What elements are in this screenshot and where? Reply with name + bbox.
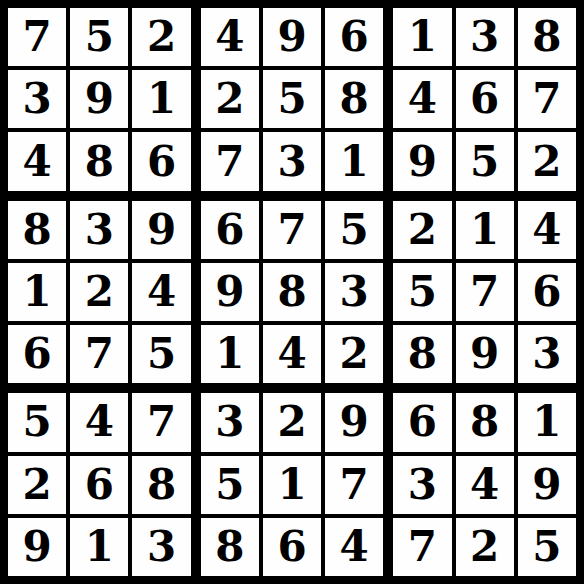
cell-r8c9[interactable]: 9 [518,456,576,514]
cell-r6c5[interactable]: 4 [263,325,321,383]
cell-r1c9[interactable]: 8 [518,8,576,66]
cell-r6c9[interactable]: 3 [518,325,576,383]
cell-r9c8[interactable]: 2 [456,518,514,576]
cell-r4c2[interactable]: 3 [70,201,128,259]
cell-r5c4[interactable]: 9 [201,263,259,321]
cell-r1c5[interactable]: 9 [263,8,321,66]
cell-r8c2[interactable]: 6 [70,456,128,514]
cell-r2c9[interactable]: 7 [518,70,576,128]
cell-r3c4[interactable]: 7 [201,132,259,190]
cell-r9c1[interactable]: 9 [8,518,66,576]
cell-r5c2[interactable]: 2 [70,263,128,321]
cell-r4c6[interactable]: 5 [325,201,383,259]
cell-r3c9[interactable]: 2 [518,132,576,190]
cell-r2c1[interactable]: 3 [8,70,66,128]
cell-r6c7[interactable]: 8 [393,325,451,383]
cell-r2c8[interactable]: 6 [456,70,514,128]
cell-r3c5[interactable]: 3 [263,132,321,190]
cell-r8c6[interactable]: 7 [325,456,383,514]
cell-r2c6[interactable]: 8 [325,70,383,128]
cell-r4c3[interactable]: 9 [132,201,190,259]
cell-r1c8[interactable]: 3 [456,8,514,66]
cell-r2c2[interactable]: 9 [70,70,128,128]
cell-r4c7[interactable]: 2 [393,201,451,259]
cell-r8c5[interactable]: 1 [263,456,321,514]
cell-r3c2[interactable]: 8 [70,132,128,190]
cell-r3c8[interactable]: 5 [456,132,514,190]
sudoku-board: 7524961383912584674867319528396752141249… [0,0,584,584]
cell-r1c6[interactable]: 6 [325,8,383,66]
cell-r7c7[interactable]: 6 [393,393,451,451]
cell-r5c5[interactable]: 8 [263,263,321,321]
cell-r9c3[interactable]: 3 [132,518,190,576]
cell-r7c4[interactable]: 3 [201,393,259,451]
cell-r6c3[interactable]: 5 [132,325,190,383]
cell-r6c6[interactable]: 2 [325,325,383,383]
cell-r7c6[interactable]: 9 [325,393,383,451]
cell-r3c7[interactable]: 9 [393,132,451,190]
cell-r5c8[interactable]: 7 [456,263,514,321]
cell-r9c9[interactable]: 5 [518,518,576,576]
cell-r4c8[interactable]: 1 [456,201,514,259]
cell-r1c4[interactable]: 4 [201,8,259,66]
cell-r6c8[interactable]: 9 [456,325,514,383]
cell-r8c1[interactable]: 2 [8,456,66,514]
cell-r5c1[interactable]: 1 [8,263,66,321]
cell-r7c3[interactable]: 7 [132,393,190,451]
cell-r4c1[interactable]: 8 [8,201,66,259]
cell-r7c8[interactable]: 8 [456,393,514,451]
cell-r4c5[interactable]: 7 [263,201,321,259]
cell-r2c7[interactable]: 4 [393,70,451,128]
cell-r2c4[interactable]: 2 [201,70,259,128]
cell-r2c3[interactable]: 1 [132,70,190,128]
cell-r7c1[interactable]: 5 [8,393,66,451]
cell-r4c9[interactable]: 4 [518,201,576,259]
cell-r5c3[interactable]: 4 [132,263,190,321]
cell-r5c7[interactable]: 5 [393,263,451,321]
cell-r8c7[interactable]: 3 [393,456,451,514]
cell-r5c9[interactable]: 6 [518,263,576,321]
cell-r8c3[interactable]: 8 [132,456,190,514]
cell-r1c2[interactable]: 5 [70,8,128,66]
cell-r8c8[interactable]: 4 [456,456,514,514]
cell-r2c5[interactable]: 5 [263,70,321,128]
cell-r9c7[interactable]: 7 [393,518,451,576]
cell-r9c6[interactable]: 4 [325,518,383,576]
cell-r9c4[interactable]: 8 [201,518,259,576]
cell-r3c1[interactable]: 4 [8,132,66,190]
cell-r7c9[interactable]: 1 [518,393,576,451]
cell-r1c3[interactable]: 2 [132,8,190,66]
cell-r6c2[interactable]: 7 [70,325,128,383]
cell-r8c4[interactable]: 5 [201,456,259,514]
cell-r6c4[interactable]: 1 [201,325,259,383]
cell-r9c5[interactable]: 6 [263,518,321,576]
cell-r9c2[interactable]: 1 [70,518,128,576]
cell-r3c6[interactable]: 1 [325,132,383,190]
cell-r6c1[interactable]: 6 [8,325,66,383]
cell-r7c2[interactable]: 4 [70,393,128,451]
cell-r1c1[interactable]: 7 [8,8,66,66]
cell-r3c3[interactable]: 6 [132,132,190,190]
cell-r7c5[interactable]: 2 [263,393,321,451]
cell-r1c7[interactable]: 1 [393,8,451,66]
cell-r5c6[interactable]: 3 [325,263,383,321]
cell-r4c4[interactable]: 6 [201,201,259,259]
